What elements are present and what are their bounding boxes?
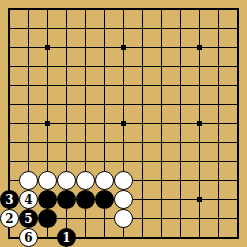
stone-white-b3[interactable]: 4 bbox=[19, 190, 38, 209]
stone-black-e3[interactable] bbox=[76, 190, 95, 209]
stone-white-c4[interactable] bbox=[38, 171, 57, 190]
go-board[interactable]: 342561 bbox=[0, 0, 247, 247]
go-board-diagram: 342561 bbox=[0, 0, 247, 247]
stone-white-e4[interactable] bbox=[76, 171, 95, 190]
stone-white-b1[interactable]: 6 bbox=[19, 228, 38, 247]
stone-black-d3[interactable] bbox=[57, 190, 76, 209]
stone-white-a2[interactable]: 2 bbox=[0, 209, 19, 228]
move-number-label: 3 bbox=[5, 194, 13, 206]
stone-black-b2[interactable]: 5 bbox=[19, 209, 38, 228]
stone-white-g3[interactable] bbox=[114, 190, 133, 209]
move-number-label: 4 bbox=[24, 194, 32, 206]
stone-black-c3[interactable] bbox=[38, 190, 57, 209]
move-number-label: 1 bbox=[62, 232, 70, 244]
stone-black-f3[interactable] bbox=[95, 190, 114, 209]
stone-white-d4[interactable] bbox=[57, 171, 76, 190]
move-number-label: 6 bbox=[24, 232, 32, 244]
stone-black-c2[interactable] bbox=[38, 209, 57, 228]
stone-black-d1[interactable]: 1 bbox=[57, 228, 76, 247]
stone-black-a3[interactable]: 3 bbox=[0, 190, 19, 209]
stone-white-b4[interactable] bbox=[19, 171, 38, 190]
move-number-label: 2 bbox=[5, 213, 13, 225]
stone-white-f4[interactable] bbox=[95, 171, 114, 190]
stone-white-g4[interactable] bbox=[114, 171, 133, 190]
stone-white-g2[interactable] bbox=[114, 209, 133, 228]
move-number-label: 5 bbox=[24, 213, 32, 225]
